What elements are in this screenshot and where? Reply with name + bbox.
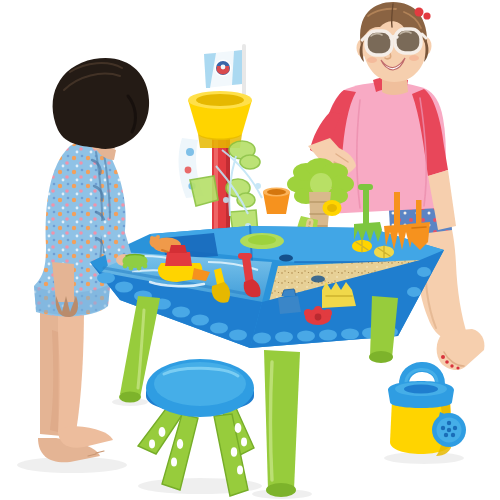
scene-illustration	[0, 0, 500, 500]
orange-bucket	[263, 188, 290, 215]
flag-beach-badge-icon	[215, 60, 232, 77]
green-pouring-cup	[190, 176, 218, 206]
green-plate	[240, 233, 284, 249]
table-leg-front	[264, 350, 300, 497]
stool-seat	[146, 359, 254, 417]
crab-mold	[123, 254, 148, 270]
product-photo-stage	[0, 0, 500, 500]
flag-pole	[242, 44, 246, 100]
coin-wheel	[323, 200, 342, 216]
left-child-legs	[40, 300, 84, 436]
